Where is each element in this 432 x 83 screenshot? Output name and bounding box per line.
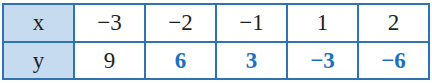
- x-value-2: −2: [146, 5, 215, 41]
- x-value-5: 2: [359, 5, 428, 41]
- y-value-5: −6: [359, 43, 428, 79]
- x-value-1: −3: [75, 5, 144, 41]
- x-value-4: 1: [288, 5, 357, 41]
- page: x −3 −2 −1 1 2 y 9 6 3 −3 −6: [0, 0, 432, 83]
- xy-value-table: x −3 −2 −1 1 2 y 9 6 3 −3 −6: [2, 3, 430, 80]
- y-value-2: 6: [146, 43, 215, 79]
- row-label-x: x: [4, 5, 73, 41]
- row-label-y: y: [4, 43, 73, 79]
- y-value-4: −3: [288, 43, 357, 79]
- y-value-1: 9: [75, 43, 144, 79]
- y-value-3: 3: [217, 43, 286, 79]
- x-value-3: −1: [217, 5, 286, 41]
